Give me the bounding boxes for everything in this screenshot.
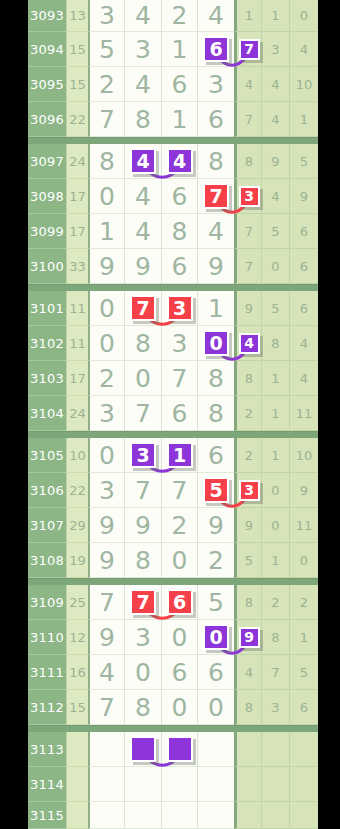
stat-value: 10 xyxy=(296,448,313,463)
sum-cell: 24 xyxy=(66,144,88,179)
digit-value: 8 xyxy=(208,364,224,393)
stat-value: 4 xyxy=(245,77,253,92)
sum-cell: 22 xyxy=(66,473,88,508)
stat-cell: 0 xyxy=(290,543,318,578)
stat-cell xyxy=(290,802,318,829)
stat-value: 5 xyxy=(300,154,308,169)
stat-value: 7 xyxy=(271,665,279,680)
chart-row-3105: 31051003162110 xyxy=(28,438,318,473)
stat-cell: 1 xyxy=(290,102,318,137)
digit-cell: 2 xyxy=(88,361,125,396)
digit-value: 0 xyxy=(99,329,115,358)
digit-value: 2 xyxy=(99,70,115,99)
chart-row-3095: 30951524634410 xyxy=(28,67,318,102)
chart-row-3107: 31072999299011 xyxy=(28,508,318,543)
period-cell: 3096 xyxy=(28,102,66,137)
stat-cell xyxy=(234,767,262,802)
highlight-box-purple: 4 xyxy=(239,333,260,354)
stat-cell xyxy=(262,767,290,802)
digit-cell: 8 xyxy=(198,144,234,179)
chart-row-3097: 3097248448895 xyxy=(28,144,318,179)
stat-cell: 3 xyxy=(234,473,262,508)
stat-cell: 8 xyxy=(262,620,290,655)
digit-cell: 2 xyxy=(162,0,198,32)
digit-cell: 9 xyxy=(198,249,234,284)
stat-cell: 1 xyxy=(262,0,290,32)
stat-cell: 9 xyxy=(262,144,290,179)
digit-cell: 1 xyxy=(162,102,198,137)
digit-value: 0 xyxy=(172,546,188,575)
sum-cell: 29 xyxy=(66,508,88,543)
stat-value: 9 xyxy=(300,483,308,498)
digit-value: 6 xyxy=(172,182,188,211)
stat-cell: 2 xyxy=(234,396,262,431)
digit-cell: 7 xyxy=(162,361,198,396)
stat-value: 8 xyxy=(271,336,279,351)
stat-cell: 3 xyxy=(234,179,262,214)
digit-cell: 2 xyxy=(88,67,125,102)
period-cell: 3111 xyxy=(28,655,66,690)
period-cell: 3095 xyxy=(28,67,66,102)
highlight-box-red: 3 xyxy=(239,186,260,207)
stat-value: 1 xyxy=(271,406,279,421)
chart-row-3103: 3103172078814 xyxy=(28,361,318,396)
group-separator xyxy=(28,284,318,291)
digit-value: 4 xyxy=(135,1,151,30)
period-cell: 3103 xyxy=(28,361,66,396)
chart-row-3109: 3109257765822 xyxy=(28,585,318,620)
digit-value: 2 xyxy=(172,1,188,30)
digit-cell xyxy=(198,767,234,802)
stat-value: 3 xyxy=(271,42,279,57)
sum-cell: 24 xyxy=(66,396,88,431)
digit-value: 4 xyxy=(208,217,224,246)
chart-row-3111: 3111164066475 xyxy=(28,655,318,690)
group-separator xyxy=(28,431,318,438)
digit-value: 5 xyxy=(99,35,115,64)
period-cell: 3115 xyxy=(28,802,66,829)
digit-value: 7 xyxy=(99,693,115,722)
stat-cell: 6 xyxy=(290,690,318,725)
stat-cell: 0 xyxy=(290,0,318,32)
digit-cell: 4 xyxy=(125,214,162,249)
stat-cell xyxy=(262,732,290,767)
digit-value: 4 xyxy=(135,70,151,99)
digit-value: 9 xyxy=(208,252,224,281)
period-cell: 3108 xyxy=(28,543,66,578)
chart-row-3110: 3110129300981 xyxy=(28,620,318,655)
stat-value: 4 xyxy=(300,371,308,386)
stat-cell: 4 xyxy=(234,326,262,361)
digit-value: 3 xyxy=(99,1,115,30)
digit-cell: 6 xyxy=(162,67,198,102)
stat-value: 1 xyxy=(300,112,308,127)
stat-value: 0 xyxy=(271,518,279,533)
stat-value: 2 xyxy=(271,595,279,610)
digit-cell: 5 xyxy=(198,585,234,620)
period-cell: 3099 xyxy=(28,214,66,249)
stat-cell: 4 xyxy=(234,67,262,102)
digit-cell xyxy=(125,767,162,802)
digit-cell: 1 xyxy=(162,438,198,473)
sum-cell xyxy=(66,767,88,802)
stat-value: 6 xyxy=(300,224,308,239)
stat-cell: 1 xyxy=(262,396,290,431)
stat-value: 2 xyxy=(300,595,308,610)
highlight-box-purple: 0 xyxy=(203,624,229,650)
digit-value: 0 xyxy=(172,623,188,652)
digit-value: 0 xyxy=(172,693,188,722)
highlight-box-purple: 4 xyxy=(130,148,156,174)
digit-cell: 9 xyxy=(198,508,234,543)
digit-value: 8 xyxy=(135,693,151,722)
digit-cell: 1 xyxy=(162,32,198,67)
period-cell: 3114 xyxy=(28,767,66,802)
digit-cell: 5 xyxy=(198,473,234,508)
digit-cell: 6 xyxy=(162,249,198,284)
chart-row-3100: 3100339969706 xyxy=(28,249,318,284)
digit-cell: 0 xyxy=(198,326,234,361)
period-cell: 3105 xyxy=(28,438,66,473)
stat-value: 4 xyxy=(271,112,279,127)
stat-value: 6 xyxy=(300,700,308,715)
sum-cell: 11 xyxy=(66,291,88,326)
stat-cell: 4 xyxy=(234,655,262,690)
sum-cell: 16 xyxy=(66,655,88,690)
digit-cell: 4 xyxy=(125,67,162,102)
highlight-box-purple: 4 xyxy=(167,148,193,174)
digit-value: 6 xyxy=(208,658,224,687)
digit-value: 1 xyxy=(99,217,115,246)
sum-cell xyxy=(66,802,88,829)
stat-value: 1 xyxy=(300,630,308,645)
stat-cell: 4 xyxy=(290,361,318,396)
digit-cell: 3 xyxy=(125,620,162,655)
digit-value: 7 xyxy=(135,399,151,428)
stat-cell: 7 xyxy=(234,249,262,284)
digit-cell: 6 xyxy=(162,585,198,620)
digit-cell: 6 xyxy=(198,102,234,137)
stat-cell xyxy=(262,802,290,829)
digit-cell: 4 xyxy=(88,655,125,690)
digit-cell: 8 xyxy=(198,361,234,396)
digit-value: 2 xyxy=(208,546,224,575)
digit-cell: 7 xyxy=(125,473,162,508)
stat-cell xyxy=(234,732,262,767)
sum-cell: 17 xyxy=(66,179,88,214)
stat-cell: 0 xyxy=(262,249,290,284)
stat-cell: 5 xyxy=(290,655,318,690)
digit-cell xyxy=(125,802,162,829)
digit-cell: 0 xyxy=(88,326,125,361)
highlight-box-red: 7 xyxy=(203,183,229,209)
digit-cell: 0 xyxy=(125,655,162,690)
stat-cell: 8 xyxy=(234,690,262,725)
stat-value: 7 xyxy=(245,259,253,274)
stat-value: 0 xyxy=(300,553,308,568)
digit-cell: 0 xyxy=(125,361,162,396)
digit-value: 0 xyxy=(99,182,115,211)
stat-value: 8 xyxy=(245,154,253,169)
stat-value: 4 xyxy=(245,665,253,680)
digit-value: 8 xyxy=(135,329,151,358)
digit-value: 3 xyxy=(172,329,188,358)
digit-cell: 7 xyxy=(162,473,198,508)
stat-cell: 0 xyxy=(262,508,290,543)
digit-cell: 9 xyxy=(88,543,125,578)
stat-cell: 8 xyxy=(234,361,262,396)
stat-cell: 3 xyxy=(262,690,290,725)
digit-value: 8 xyxy=(208,147,224,176)
digit-value: 7 xyxy=(172,476,188,505)
digit-cell: 0 xyxy=(162,620,198,655)
stat-cell: 9 xyxy=(234,508,262,543)
sum-cell: 15 xyxy=(66,67,88,102)
stat-cell xyxy=(290,767,318,802)
stat-cell: 6 xyxy=(290,214,318,249)
chart-row-3115: 3115 xyxy=(28,802,318,829)
digit-value: 3 xyxy=(135,623,151,652)
stat-value: 5 xyxy=(271,301,279,316)
sum-cell: 19 xyxy=(66,543,88,578)
stat-cell: 1 xyxy=(262,543,290,578)
digit-value: 0 xyxy=(208,693,224,722)
stat-cell: 5 xyxy=(262,291,290,326)
digit-cell: 3 xyxy=(88,396,125,431)
digit-value: 4 xyxy=(135,217,151,246)
highlight-box-purple: 7 xyxy=(239,39,260,60)
digit-value: 1 xyxy=(172,105,188,134)
digit-value: 6 xyxy=(172,70,188,99)
stat-value: 1 xyxy=(271,371,279,386)
stat-cell: 3 xyxy=(262,32,290,67)
digit-cell: 7 xyxy=(125,396,162,431)
digit-value: 6 xyxy=(172,252,188,281)
stat-value: 11 xyxy=(296,406,313,421)
period-cell: 3093 xyxy=(28,0,66,32)
stat-cell xyxy=(234,802,262,829)
digit-cell: 6 xyxy=(198,438,234,473)
sum-cell: 15 xyxy=(66,690,88,725)
stat-value: 9 xyxy=(271,154,279,169)
digit-value: 3 xyxy=(99,399,115,428)
highlight-box-red: 3 xyxy=(167,295,193,321)
digit-value: 0 xyxy=(135,364,151,393)
stat-value: 1 xyxy=(245,8,253,23)
stat-cell: 11 xyxy=(290,396,318,431)
digit-cell xyxy=(162,732,198,767)
period-cell: 3094 xyxy=(28,32,66,67)
stat-value: 9 xyxy=(245,301,253,316)
digit-cell: 1 xyxy=(198,291,234,326)
sum-cell: 25 xyxy=(66,585,88,620)
digit-value: 8 xyxy=(208,399,224,428)
digit-value: 6 xyxy=(208,105,224,134)
stat-value: 8 xyxy=(245,700,253,715)
digit-value: 1 xyxy=(172,35,188,64)
stat-value: 0 xyxy=(271,483,279,498)
stat-cell: 7 xyxy=(234,214,262,249)
highlight-box-red: 5 xyxy=(203,477,229,503)
stat-value: 8 xyxy=(245,371,253,386)
digit-cell: 8 xyxy=(125,326,162,361)
digit-value: 5 xyxy=(208,588,224,617)
digit-cell: 0 xyxy=(88,438,125,473)
stat-value: 7 xyxy=(245,112,253,127)
period-cell: 3102 xyxy=(28,326,66,361)
digit-value: 6 xyxy=(172,658,188,687)
chart-row-3101: 3101110731956 xyxy=(28,291,318,326)
digit-cell: 2 xyxy=(162,508,198,543)
digit-cell: 0 xyxy=(162,690,198,725)
stat-cell: 1 xyxy=(262,361,290,396)
digit-value: 9 xyxy=(99,623,115,652)
lottery-trend-screen[interactable]: 3093133424110309415531673430951524634410… xyxy=(0,0,340,829)
chart-row-3093: 3093133424110 xyxy=(28,0,318,32)
stat-value: 4 xyxy=(271,77,279,92)
digit-cell: 3 xyxy=(125,438,162,473)
digit-value: 6 xyxy=(172,399,188,428)
digit-cell: 3 xyxy=(88,0,125,32)
digit-cell: 7 xyxy=(88,690,125,725)
digit-cell: 9 xyxy=(88,249,125,284)
digit-cell xyxy=(162,767,198,802)
stat-cell: 6 xyxy=(290,291,318,326)
stat-cell: 0 xyxy=(262,473,290,508)
digit-value: 4 xyxy=(99,658,115,687)
sum-cell: 33 xyxy=(66,249,88,284)
sum-cell xyxy=(66,732,88,767)
stat-cell: 2 xyxy=(234,438,262,473)
digit-cell: 9 xyxy=(88,508,125,543)
digit-cell: 7 xyxy=(125,585,162,620)
digit-value: 6 xyxy=(208,441,224,470)
stat-cell: 4 xyxy=(262,179,290,214)
digit-cell: 0 xyxy=(198,690,234,725)
digit-value: 8 xyxy=(99,147,115,176)
digit-cell: 3 xyxy=(162,291,198,326)
digit-value: 7 xyxy=(99,588,115,617)
stat-value: 5 xyxy=(300,665,308,680)
digit-cell: 3 xyxy=(125,32,162,67)
digit-cell: 0 xyxy=(88,179,125,214)
stat-value: 1 xyxy=(271,448,279,463)
digit-cell xyxy=(198,802,234,829)
chart-row-3108: 3108199802510 xyxy=(28,543,318,578)
digit-cell: 8 xyxy=(125,543,162,578)
sum-cell: 17 xyxy=(66,361,88,396)
chart-row-3094: 3094155316734 xyxy=(28,32,318,67)
period-cell: 3109 xyxy=(28,585,66,620)
period-cell: 3104 xyxy=(28,396,66,431)
digit-cell: 8 xyxy=(125,102,162,137)
stat-value: 1 xyxy=(271,553,279,568)
stat-cell: 2 xyxy=(262,585,290,620)
stat-cell: 7 xyxy=(234,32,262,67)
sum-cell: 15 xyxy=(66,32,88,67)
sum-cell: 13 xyxy=(66,0,88,32)
stat-cell: 10 xyxy=(290,67,318,102)
digit-cell: 6 xyxy=(162,396,198,431)
digit-value: 9 xyxy=(99,546,115,575)
highlight-box-red: 7 xyxy=(130,589,156,615)
stat-cell: 7 xyxy=(234,102,262,137)
stat-value: 11 xyxy=(296,518,313,533)
digit-cell xyxy=(198,732,234,767)
chart-row-3096: 3096227816741 xyxy=(28,102,318,137)
period-cell: 3110 xyxy=(28,620,66,655)
stat-cell: 9 xyxy=(234,291,262,326)
stat-cell: 2 xyxy=(290,585,318,620)
highlight-box-red: 7 xyxy=(130,295,156,321)
digit-cell: 6 xyxy=(162,179,198,214)
period-cell: 3112 xyxy=(28,690,66,725)
stat-cell: 4 xyxy=(290,326,318,361)
digit-cell: 7 xyxy=(88,585,125,620)
digit-cell: 7 xyxy=(88,102,125,137)
digit-cell: 3 xyxy=(162,326,198,361)
digit-cell: 4 xyxy=(125,144,162,179)
highlight-box-purple xyxy=(130,736,156,762)
stat-value: 1 xyxy=(271,8,279,23)
chart-row-3099: 3099171484756 xyxy=(28,214,318,249)
group-separator xyxy=(28,725,318,732)
highlight-box-purple xyxy=(167,736,193,762)
digit-cell: 2 xyxy=(198,543,234,578)
digit-value: 4 xyxy=(208,1,224,30)
digit-cell: 6 xyxy=(198,655,234,690)
period-cell: 3101 xyxy=(28,291,66,326)
stat-cell: 1 xyxy=(290,620,318,655)
stat-cell: 6 xyxy=(290,249,318,284)
digit-value: 7 xyxy=(172,364,188,393)
digit-cell: 3 xyxy=(88,473,125,508)
digit-value: 9 xyxy=(99,252,115,281)
stat-value: 7 xyxy=(245,224,253,239)
digit-cell xyxy=(125,732,162,767)
trend-table: 3093133424110309415531673430951524634410… xyxy=(28,0,318,829)
digit-cell: 4 xyxy=(125,0,162,32)
stat-value: 5 xyxy=(271,224,279,239)
stat-cell: 1 xyxy=(234,0,262,32)
period-cell: 3113 xyxy=(28,732,66,767)
digit-value: 2 xyxy=(99,364,115,393)
stat-cell: 1 xyxy=(262,438,290,473)
period-cell: 3106 xyxy=(28,473,66,508)
highlight-box-purple: 9 xyxy=(239,627,260,648)
digit-cell: 9 xyxy=(125,249,162,284)
digit-value: 9 xyxy=(208,511,224,540)
stat-value: 2 xyxy=(245,448,253,463)
digit-cell: 8 xyxy=(125,690,162,725)
digit-cell: 5 xyxy=(88,32,125,67)
stat-cell: 10 xyxy=(290,438,318,473)
digit-cell xyxy=(88,767,125,802)
chart-row-3106: 3106223775309 xyxy=(28,473,318,508)
digit-value: 2 xyxy=(172,511,188,540)
digit-cell: 6 xyxy=(198,32,234,67)
digit-value: 9 xyxy=(135,511,151,540)
period-cell: 3107 xyxy=(28,508,66,543)
stat-value: 6 xyxy=(300,259,308,274)
stat-cell: 4 xyxy=(290,32,318,67)
digit-cell: 9 xyxy=(88,620,125,655)
digit-cell xyxy=(162,802,198,829)
period-cell: 3097 xyxy=(28,144,66,179)
digit-value: 4 xyxy=(135,182,151,211)
digit-value: 3 xyxy=(99,476,115,505)
stat-value: 8 xyxy=(245,595,253,610)
